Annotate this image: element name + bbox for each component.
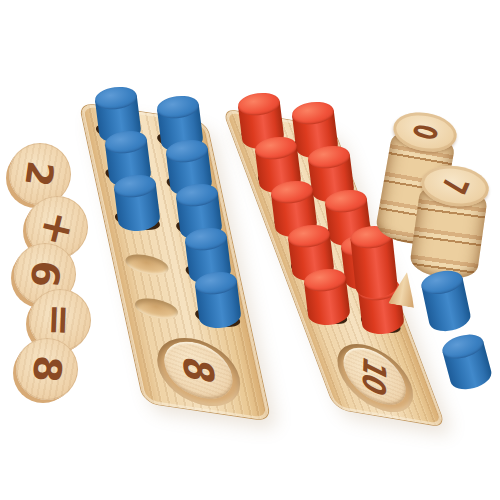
disc-8-glyph: 8 — [163, 334, 235, 406]
stack-top-disc: 0 — [390, 108, 460, 157]
number-disc-recess[interactable]: 10 — [327, 339, 423, 418]
blue-peg-r5c2[interactable] — [194, 270, 243, 331]
loose-blue-peg-1[interactable] — [419, 267, 473, 334]
number-disc-10[interactable]: 10 — [335, 343, 415, 409]
blue-peg-r3c1[interactable] — [113, 173, 162, 234]
product-photo-scene: 8 10 2 + — [0, 0, 500, 500]
stack-7-glyph: 7 — [427, 161, 483, 210]
number-disc-recess[interactable]: 8 — [151, 333, 247, 412]
disc-10-glyph: 10 — [343, 336, 406, 416]
stack-0-glyph: 0 — [398, 108, 452, 155]
loose-blue-peg-2[interactable] — [440, 330, 495, 393]
empty-peg-hole[interactable] — [123, 252, 170, 278]
tile-glyph: 8 — [13, 335, 81, 403]
stack-top-disc: 7 — [419, 161, 492, 210]
red-peg-r5c1[interactable] — [303, 267, 352, 328]
number-disc-8[interactable]: 8 — [159, 337, 238, 403]
number-tile-8[interactable]: 8 — [16, 338, 78, 400]
empty-peg-hole[interactable] — [133, 296, 180, 322]
disc-stack-7[interactable]: 7 — [409, 181, 489, 282]
